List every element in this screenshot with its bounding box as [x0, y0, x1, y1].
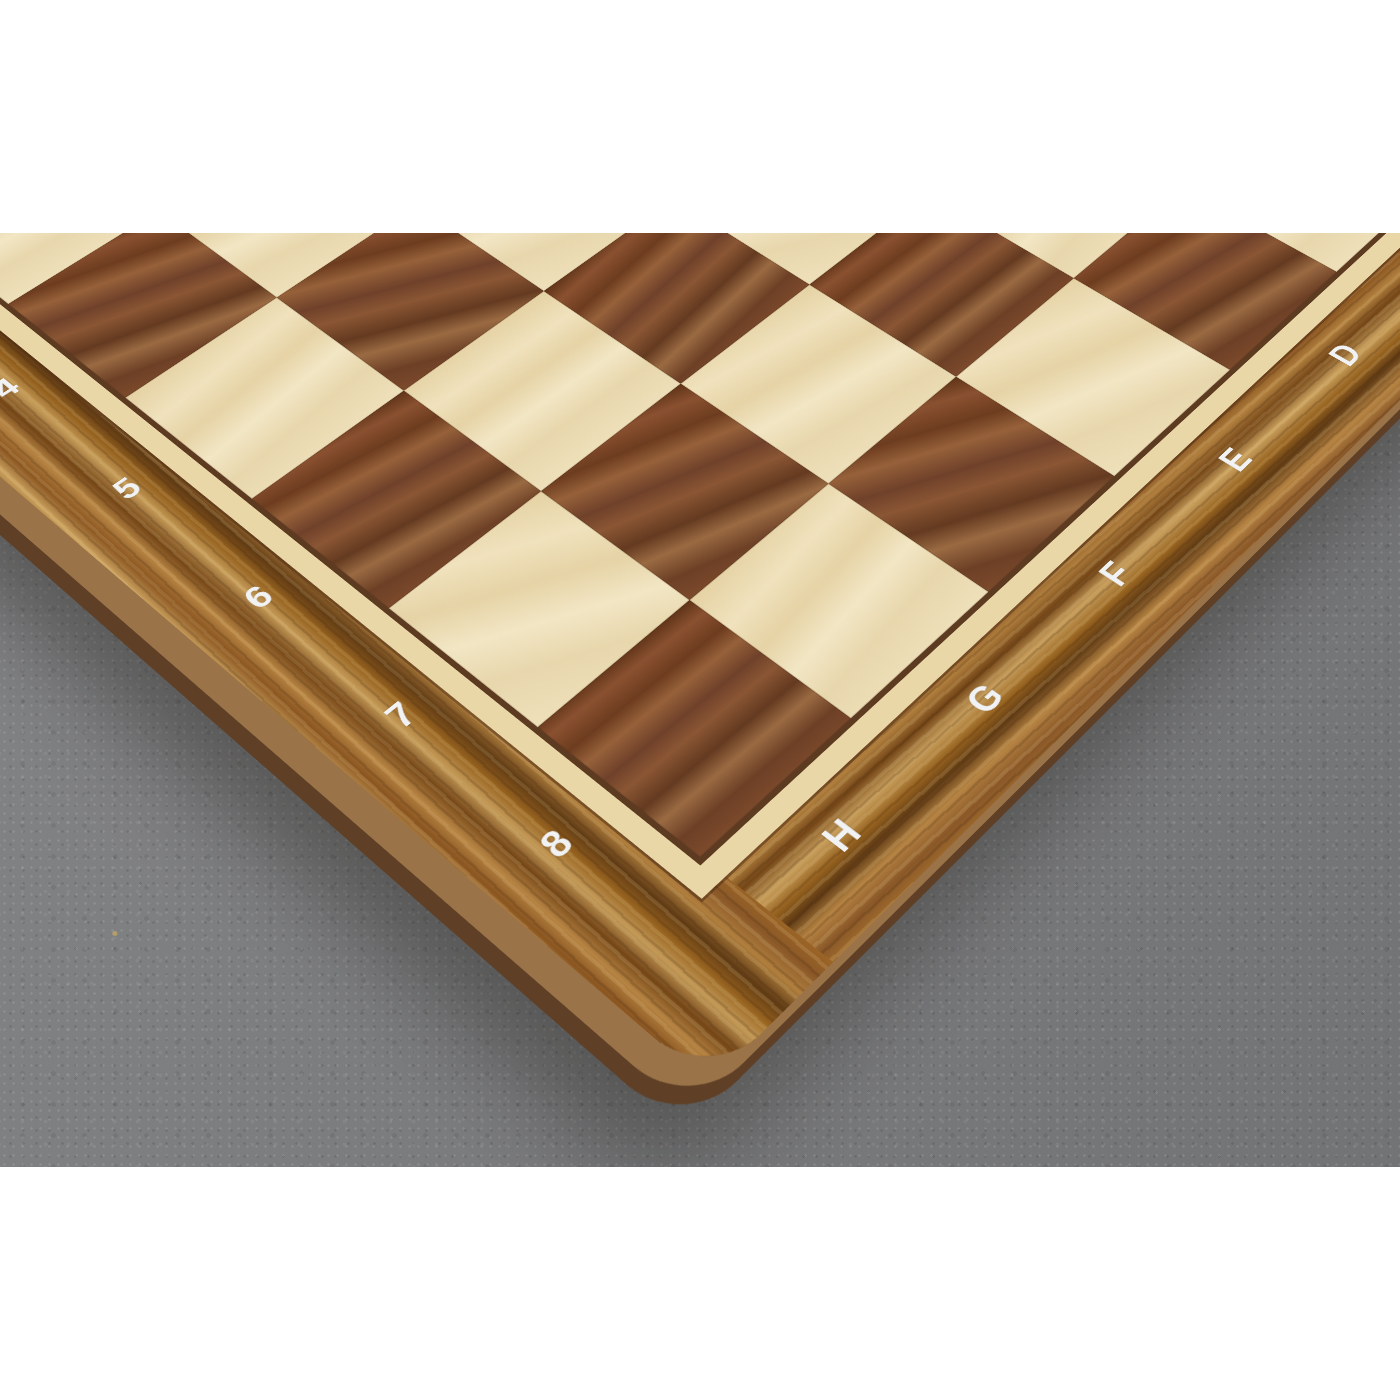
chessboard: 12345678ABCDEFGH: [0, 233, 1400, 1085]
bottom-margin: [0, 1167, 1400, 1400]
photo-area: 12345678ABCDEFGH: [0, 233, 1400, 1167]
top-margin: [0, 0, 1400, 233]
page: 12345678ABCDEFGH: [0, 0, 1400, 1400]
